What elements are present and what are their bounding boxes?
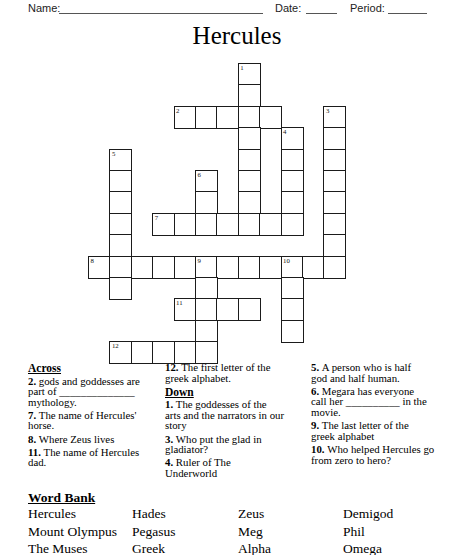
date-blank-line	[306, 13, 337, 14]
word-bank-column-2: HadesPegasusGreek	[132, 505, 176, 555]
word-bank-item: The Muses	[28, 540, 117, 555]
cell-r5c11[interactable]	[323, 170, 346, 193]
clue-number-5: 5	[112, 150, 115, 158]
clue-number-12: 12	[112, 342, 119, 350]
cell-r3c7[interactable]	[238, 127, 261, 150]
clue-number-2: 2	[176, 107, 179, 115]
cell-r7c4[interactable]	[174, 213, 197, 236]
cell-r9c1[interactable]	[109, 256, 132, 279]
clues-column-2: 12. The first letter of the greek alphab…	[165, 362, 317, 481]
word-bank-item: Demigod	[343, 505, 393, 523]
crossword-grid: 123456789101112	[88, 63, 347, 365]
cell-r6c9[interactable]	[281, 191, 304, 214]
cell-r1c7[interactable]	[238, 84, 261, 107]
name-blank-line	[59, 13, 263, 14]
clues-down-header: Down	[165, 386, 317, 398]
cell-r12c5[interactable]	[195, 320, 218, 343]
word-bank-item: Mount Olympus	[28, 523, 117, 541]
cell-r6c7[interactable]	[238, 191, 261, 214]
cell-r9c7[interactable]	[238, 256, 261, 279]
cell-r9c0[interactable]: 8	[88, 256, 111, 279]
cell-r11c5[interactable]	[195, 298, 218, 321]
cell-r2c7[interactable]	[238, 106, 261, 129]
word-bank-column-3: ZeusMegAlpha	[238, 505, 271, 555]
cell-r7c7[interactable]	[238, 213, 261, 236]
word-bank-header: Word Bank	[28, 490, 95, 506]
cell-r4c11[interactable]	[323, 149, 346, 172]
clue-number-6: 6	[198, 171, 201, 179]
word-bank-item: Meg	[238, 523, 271, 541]
cell-r9c11[interactable]	[323, 256, 346, 279]
cell-r12c9[interactable]	[281, 320, 304, 343]
word-bank-item: Hercules	[28, 505, 117, 523]
clue-number-4: 4	[283, 128, 286, 136]
name-label: Name:	[28, 2, 60, 14]
word-bank-item: Zeus	[238, 505, 271, 523]
clue-2: 2. gods and goddesses are part of ______…	[28, 376, 166, 408]
cell-r9c9[interactable]: 10	[281, 256, 304, 279]
clue-6: 6. Megara has everyone call her ________…	[311, 386, 471, 418]
clue-12: 12. The first letter of the greek alphab…	[165, 362, 317, 383]
cell-r10c1[interactable]	[109, 277, 132, 300]
cell-r7c8[interactable]	[259, 213, 282, 236]
clues-column-1: Across2. gods and goddesses are part of …	[28, 362, 166, 471]
cell-r13c2[interactable]	[131, 341, 154, 364]
cell-r10c9[interactable]	[281, 277, 304, 300]
cell-r11c4[interactable]: 11	[174, 298, 197, 321]
cell-r2c4[interactable]: 2	[174, 106, 197, 129]
cell-r5c7[interactable]	[238, 170, 261, 193]
clue-number-10: 10	[283, 257, 290, 265]
cell-r6c1[interactable]	[109, 191, 132, 214]
clue-1: 1. The goddesses of the arts and the nar…	[165, 399, 317, 431]
cell-r2c5[interactable]	[195, 106, 218, 129]
clue-8: 8. Where Zeus lives	[28, 434, 166, 445]
clue-4: 4. Ruler of The Underworld	[165, 457, 317, 478]
cell-r8c1[interactable]	[109, 234, 132, 257]
cell-r5c9[interactable]	[281, 170, 304, 193]
period-label: Period:	[350, 2, 385, 14]
clue-10: 10. Who helped Hercules go from zero to …	[311, 444, 471, 465]
cell-r5c1[interactable]	[109, 170, 132, 193]
cell-r3c11[interactable]	[323, 127, 346, 150]
cell-r3c9[interactable]: 4	[281, 127, 304, 150]
clue-3: 3. Who put the glad in gladiator?	[165, 434, 317, 455]
word-bank-column-4: DemigodPhilOmega	[343, 505, 393, 555]
cell-r9c5[interactable]: 9	[195, 256, 218, 279]
page-title: Hercules	[0, 23, 474, 48]
cell-r9c2[interactable]	[131, 256, 154, 279]
cell-r7c5[interactable]	[195, 213, 218, 236]
cell-r7c1[interactable]	[109, 213, 132, 236]
clue-9: 9. The last letter of the greek alphabet	[311, 420, 471, 441]
cell-r2c8[interactable]	[259, 106, 282, 129]
cell-r7c6[interactable]	[216, 213, 239, 236]
cell-r6c5[interactable]	[195, 191, 218, 214]
cell-r9c4[interactable]	[174, 256, 197, 279]
clue-number-11: 11	[176, 299, 183, 307]
clue-number-7: 7	[155, 214, 158, 222]
word-bank-column-1: HerculesMount OlympusThe Muses	[28, 505, 117, 555]
cell-r13c1[interactable]: 12	[109, 341, 132, 364]
word-bank-item: Alpha	[238, 540, 271, 555]
cell-r11c6[interactable]	[216, 298, 239, 321]
cell-r10c5[interactable]	[195, 277, 218, 300]
cell-r9c8[interactable]	[259, 256, 282, 279]
cell-r9c10[interactable]	[302, 256, 325, 279]
clue-11: 11. The name of Hercules dad.	[28, 447, 166, 468]
clue-number-3: 3	[326, 107, 329, 115]
cell-r2c6[interactable]	[216, 106, 239, 129]
word-bank-item: Hades	[132, 505, 176, 523]
cell-r4c7[interactable]	[238, 149, 261, 172]
cell-r0c7[interactable]: 1	[238, 63, 261, 86]
clue-number-9: 9	[198, 257, 201, 265]
cell-r9c6[interactable]	[216, 256, 239, 279]
word-bank-item: Pegasus	[132, 523, 176, 541]
cell-r9c3[interactable]	[152, 256, 175, 279]
clue-7: 7. The name of Hercules' horse.	[28, 410, 166, 431]
cell-r7c3[interactable]: 7	[152, 213, 175, 236]
word-bank-item: Phil	[343, 523, 393, 541]
cell-r11c9[interactable]	[281, 298, 304, 321]
cell-r4c9[interactable]	[281, 149, 304, 172]
clue-number-1: 1	[240, 64, 243, 72]
worksheet-page: Name: Date: Period: Hercules 12345678910…	[0, 0, 474, 555]
clue-number-8: 8	[91, 257, 94, 265]
cell-r11c7[interactable]	[238, 298, 261, 321]
cell-r8c11[interactable]	[323, 234, 346, 257]
date-label: Date:	[275, 2, 301, 14]
word-bank-item: Omega	[343, 540, 393, 555]
clue-5: 5. A person who is half god and half hum…	[311, 362, 471, 383]
clues-column-3: 5. A person who is half god and half hum…	[311, 362, 471, 468]
cell-r4c1[interactable]: 5	[109, 149, 132, 172]
clues-across-header: Across	[28, 362, 166, 374]
cell-r7c11[interactable]	[323, 213, 346, 236]
cell-r2c11[interactable]: 3	[323, 106, 346, 129]
cell-r7c9[interactable]	[281, 213, 304, 236]
cell-r6c11[interactable]	[323, 191, 346, 214]
period-blank-line	[388, 13, 427, 14]
word-bank-item: Greek	[132, 540, 176, 555]
cell-r5c5[interactable]: 6	[195, 170, 218, 193]
